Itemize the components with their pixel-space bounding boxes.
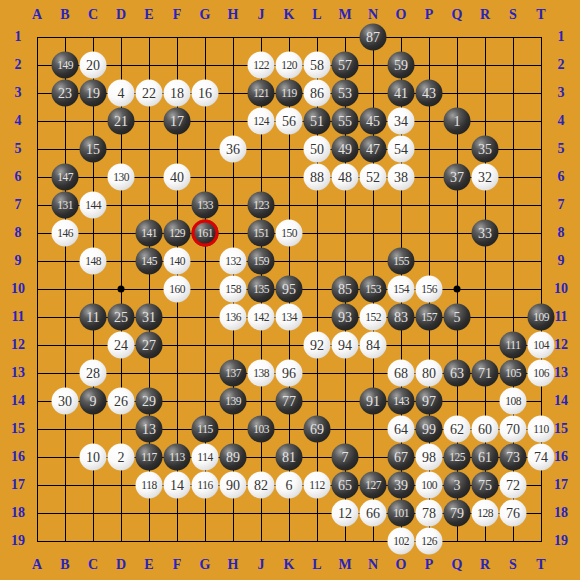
stone-move-number: 83 (394, 310, 408, 324)
stone-move-number: 50 (310, 142, 324, 156)
column-label-bottom-K: K (284, 558, 295, 572)
stone-move-number: 28 (86, 366, 100, 380)
stone-move-number: 5 (454, 310, 461, 324)
stone-Q6-move-37: 37 (444, 164, 471, 191)
column-label-bottom-H: H (228, 558, 239, 572)
row-label-right-8: 8 (558, 226, 565, 240)
stone-J4-move-124: 124 (248, 108, 275, 135)
column-label-top-G: G (200, 8, 211, 22)
stone-move-number: 148 (85, 255, 101, 267)
stone-move-number: 70 (506, 422, 520, 436)
stone-B7-move-131: 131 (52, 192, 79, 219)
stone-move-number: 3 (454, 478, 461, 492)
stone-Q16-move-125: 125 (444, 444, 471, 471)
row-label-right-17: 17 (554, 478, 568, 492)
stone-move-number: 140 (169, 255, 185, 267)
stone-move-number: 61 (478, 450, 492, 464)
stone-E14-move-29: 29 (136, 388, 163, 415)
stone-move-number: 45 (366, 114, 380, 128)
stone-M2-move-57: 57 (332, 52, 359, 79)
stone-move-number: 53 (338, 86, 352, 100)
stone-move-number: 27 (142, 338, 156, 352)
stone-E16-move-117: 117 (136, 444, 163, 471)
stone-K14-move-77: 77 (276, 388, 303, 415)
stone-move-number: 69 (310, 422, 324, 436)
stone-F17-move-14: 14 (164, 472, 191, 499)
stone-Q15-move-62: 62 (444, 416, 471, 443)
stone-J17-move-82: 82 (248, 472, 275, 499)
stone-H16-move-89: 89 (220, 444, 247, 471)
stone-move-number: 161 (197, 227, 213, 239)
column-label-bottom-B: B (60, 558, 69, 572)
stone-move-number: 13 (142, 422, 156, 436)
stone-move-number: 77 (282, 394, 296, 408)
stone-C13-move-28: 28 (80, 360, 107, 387)
stone-O19-move-102: 102 (388, 528, 415, 555)
stone-move-number: 123 (253, 199, 269, 211)
stone-L3-move-86: 86 (304, 80, 331, 107)
stone-move-number: 142 (253, 311, 269, 323)
stone-M3-move-53: 53 (332, 80, 359, 107)
stone-move-number: 6 (286, 478, 293, 492)
stone-D4-move-21: 21 (108, 108, 135, 135)
stone-move-number: 54 (394, 142, 408, 156)
column-label-top-T: T (536, 8, 545, 22)
stone-K4-move-56: 56 (276, 108, 303, 135)
stone-move-number: 56 (282, 114, 296, 128)
stone-move-number: 154 (393, 283, 409, 295)
row-label-right-19: 19 (554, 534, 568, 548)
stone-G17-move-116: 116 (192, 472, 219, 499)
stone-T15-move-110: 110 (528, 416, 555, 443)
stone-O3-move-41: 41 (388, 80, 415, 107)
row-label-right-10: 10 (554, 282, 568, 296)
stone-C11-move-11: 11 (80, 304, 107, 331)
stone-P16-move-98: 98 (416, 444, 443, 471)
stone-H5-move-36: 36 (220, 136, 247, 163)
column-label-bottom-Q: Q (452, 558, 463, 572)
stone-move-number: 40 (170, 170, 184, 184)
stone-R15-move-60: 60 (472, 416, 499, 443)
stone-move-number: 19 (86, 86, 100, 100)
stone-move-number: 117 (141, 451, 156, 463)
stone-move-number: 55 (338, 114, 352, 128)
row-label-left-16: 16 (11, 450, 25, 464)
stone-C7-move-144: 144 (80, 192, 107, 219)
stone-M11-move-93: 93 (332, 304, 359, 331)
stone-move-number: 116 (197, 479, 212, 491)
column-label-bottom-L: L (312, 558, 321, 572)
stone-move-number: 119 (281, 87, 296, 99)
stone-move-number: 14 (170, 478, 184, 492)
stone-K13-move-96: 96 (276, 360, 303, 387)
stone-P11-move-157: 157 (416, 304, 443, 331)
row-label-left-5: 5 (15, 142, 22, 156)
stone-move-number: 112 (309, 479, 324, 491)
stone-M10-move-85: 85 (332, 276, 359, 303)
stone-H11-move-136: 136 (220, 304, 247, 331)
stone-move-number: 72 (506, 478, 520, 492)
column-label-top-O: O (396, 8, 407, 22)
stone-B14-move-30: 30 (52, 388, 79, 415)
stone-move-number: 121 (253, 87, 269, 99)
stone-M4-move-55: 55 (332, 108, 359, 135)
column-label-bottom-G: G (200, 558, 211, 572)
stone-move-number: 113 (169, 451, 184, 463)
stone-move-number: 59 (394, 58, 408, 72)
stone-move-number: 2 (118, 450, 125, 464)
stone-move-number: 23 (58, 86, 72, 100)
stone-Q13-move-63: 63 (444, 360, 471, 387)
column-label-top-D: D (116, 8, 126, 22)
stone-L17-move-112: 112 (304, 472, 331, 499)
stone-E8-move-141: 141 (136, 220, 163, 247)
stone-move-number: 34 (394, 114, 408, 128)
stone-move-number: 36 (226, 142, 240, 156)
column-label-bottom-D: D (116, 558, 126, 572)
stone-move-number: 127 (365, 479, 381, 491)
column-label-bottom-A: A (32, 558, 42, 572)
stone-move-number: 51 (310, 114, 324, 128)
stone-move-number: 156 (421, 283, 437, 295)
row-label-right-3: 3 (558, 86, 565, 100)
stone-M5-move-49: 49 (332, 136, 359, 163)
stone-move-number: 133 (197, 199, 213, 211)
stone-move-number: 93 (338, 310, 352, 324)
stone-M12-move-94: 94 (332, 332, 359, 359)
column-label-top-C: C (88, 8, 98, 22)
stone-move-number: 145 (141, 255, 157, 267)
stone-move-number: 73 (506, 450, 520, 464)
stone-move-number: 138 (253, 367, 269, 379)
stone-move-number: 128 (477, 507, 493, 519)
row-label-left-11: 11 (11, 310, 24, 324)
column-label-top-A: A (32, 8, 42, 22)
column-label-bottom-F: F (173, 558, 182, 572)
stone-move-number: 47 (366, 142, 380, 156)
stone-R18-move-128: 128 (472, 500, 499, 527)
stone-O18-move-101: 101 (388, 500, 415, 527)
stone-move-number: 96 (282, 366, 296, 380)
stone-H14-move-139: 139 (220, 388, 247, 415)
stone-Q4-move-1: 1 (444, 108, 471, 135)
stone-move-number: 108 (505, 395, 521, 407)
stone-F4-move-17: 17 (164, 108, 191, 135)
stone-J7-move-123: 123 (248, 192, 275, 219)
stone-G16-move-114: 114 (192, 444, 219, 471)
stone-move-number: 49 (338, 142, 352, 156)
stone-move-number: 147 (57, 171, 73, 183)
stone-move-number: 57 (338, 58, 352, 72)
stone-R6-move-32: 32 (472, 164, 499, 191)
stone-G15-move-115: 115 (192, 416, 219, 443)
stone-B2-move-149: 149 (52, 52, 79, 79)
stone-move-number: 21 (114, 114, 128, 128)
stone-move-number: 152 (365, 311, 381, 323)
stone-R17-move-75: 75 (472, 472, 499, 499)
stone-P13-move-80: 80 (416, 360, 443, 387)
row-label-left-6: 6 (15, 170, 22, 184)
stone-move-number: 151 (253, 227, 269, 239)
stone-J10-move-135: 135 (248, 276, 275, 303)
stone-move-number: 126 (421, 535, 437, 547)
stone-Q11-move-5: 5 (444, 304, 471, 331)
stone-move-number: 1 (454, 114, 461, 128)
stone-G3-move-16: 16 (192, 80, 219, 107)
go-board[interactable]: AABBCCDDEEFFGGHHJJKKLLMMNNOOPPQQRRSSTT11… (0, 0, 580, 580)
row-label-left-9: 9 (15, 254, 22, 268)
column-label-top-L: L (312, 8, 321, 22)
row-label-right-5: 5 (558, 142, 565, 156)
stone-move-number: 125 (449, 451, 465, 463)
stone-move-number: 100 (421, 479, 437, 491)
stone-move-number: 48 (338, 170, 352, 184)
stone-T13-move-106: 106 (528, 360, 555, 387)
stone-B8-move-146: 146 (52, 220, 79, 247)
stone-move-number: 115 (197, 423, 212, 435)
stone-move-number: 102 (393, 535, 409, 547)
stone-D11-move-25: 25 (108, 304, 135, 331)
stone-L5-move-50: 50 (304, 136, 331, 163)
stone-move-number: 87 (366, 30, 380, 44)
stone-move-number: 85 (338, 282, 352, 296)
stone-S12-move-111: 111 (500, 332, 527, 359)
stone-G7-move-133: 133 (192, 192, 219, 219)
stone-move-number: 114 (197, 451, 212, 463)
stone-L4-move-51: 51 (304, 108, 331, 135)
column-label-top-J: J (258, 8, 265, 22)
stone-F10-move-160: 160 (164, 276, 191, 303)
stone-P18-move-78: 78 (416, 500, 443, 527)
stone-O6-move-38: 38 (388, 164, 415, 191)
stone-move-number: 64 (394, 422, 408, 436)
stone-K8-move-150: 150 (276, 220, 303, 247)
stone-move-number: 109 (533, 311, 549, 323)
stone-O10-move-154: 154 (388, 276, 415, 303)
stone-J2-move-122: 122 (248, 52, 275, 79)
stone-move-number: 122 (253, 59, 269, 71)
stone-move-number: 29 (142, 394, 156, 408)
stone-D16-move-2: 2 (108, 444, 135, 471)
star-point-D10 (118, 286, 125, 293)
stone-P19-move-126: 126 (416, 528, 443, 555)
stone-move-number: 88 (310, 170, 324, 184)
stone-move-number: 99 (422, 422, 436, 436)
stone-move-number: 91 (366, 394, 380, 408)
column-label-top-Q: Q (452, 8, 463, 22)
stone-move-number: 82 (254, 478, 268, 492)
stone-move-number: 159 (253, 255, 269, 267)
stone-move-number: 105 (505, 367, 521, 379)
stone-P3-move-43: 43 (416, 80, 443, 107)
stone-move-number: 16 (198, 86, 212, 100)
stone-O14-move-143: 143 (388, 388, 415, 415)
stone-J15-move-103: 103 (248, 416, 275, 443)
column-label-bottom-O: O (396, 558, 407, 572)
row-label-right-1: 1 (558, 30, 565, 44)
stone-move-number: 95 (282, 282, 296, 296)
stone-E17-move-118: 118 (136, 472, 163, 499)
stone-move-number: 81 (282, 450, 296, 464)
star-point-Q10 (454, 286, 461, 293)
column-label-bottom-J: J (258, 558, 265, 572)
stone-N10-move-153: 153 (360, 276, 387, 303)
row-label-left-13: 13 (11, 366, 25, 380)
stone-move-number: 26 (114, 394, 128, 408)
stone-move-number: 71 (478, 366, 492, 380)
stone-N5-move-47: 47 (360, 136, 387, 163)
stone-O9-move-155: 155 (388, 248, 415, 275)
stone-move-number: 37 (450, 170, 464, 184)
stone-C16-move-10: 10 (80, 444, 107, 471)
stone-move-number: 75 (478, 478, 492, 492)
stone-move-number: 62 (450, 422, 464, 436)
stone-T12-move-104: 104 (528, 332, 555, 359)
row-label-left-1: 1 (15, 30, 22, 44)
stone-N4-move-45: 45 (360, 108, 387, 135)
stone-move-number: 15 (86, 142, 100, 156)
stone-S16-move-73: 73 (500, 444, 527, 471)
stone-move-number: 155 (393, 255, 409, 267)
stone-move-number: 67 (394, 450, 408, 464)
stone-K16-move-81: 81 (276, 444, 303, 471)
stone-move-number: 103 (253, 423, 269, 435)
row-label-left-4: 4 (15, 114, 22, 128)
stone-move-number: 52 (366, 170, 380, 184)
stone-J9-move-159: 159 (248, 248, 275, 275)
stone-move-number: 89 (226, 450, 240, 464)
stone-H13-move-137: 137 (220, 360, 247, 387)
stone-F9-move-140: 140 (164, 248, 191, 275)
stone-move-number: 63 (450, 366, 464, 380)
row-label-left-17: 17 (11, 478, 25, 492)
stone-J8-move-151: 151 (248, 220, 275, 247)
row-label-left-12: 12 (11, 338, 25, 352)
stone-move-number: 80 (422, 366, 436, 380)
stone-move-number: 22 (142, 86, 156, 100)
row-label-right-16: 16 (554, 450, 568, 464)
stone-C5-move-15: 15 (80, 136, 107, 163)
stone-C2-move-20: 20 (80, 52, 107, 79)
stone-move-number: 78 (422, 506, 436, 520)
stone-D6-move-130: 130 (108, 164, 135, 191)
stone-move-number: 139 (225, 395, 241, 407)
column-label-top-H: H (228, 8, 239, 22)
stone-C9-move-148: 148 (80, 248, 107, 275)
stone-M17-move-65: 65 (332, 472, 359, 499)
stone-S13-move-105: 105 (500, 360, 527, 387)
stone-move-number: 18 (170, 86, 184, 100)
stone-T11-move-109: 109 (528, 304, 555, 331)
stone-move-number: 150 (281, 227, 297, 239)
stone-move-number: 134 (281, 311, 297, 323)
stone-move-number: 25 (114, 310, 128, 324)
stone-move-number: 146 (57, 227, 73, 239)
stone-K11-move-134: 134 (276, 304, 303, 331)
row-label-left-2: 2 (15, 58, 22, 72)
row-label-left-19: 19 (11, 534, 25, 548)
stone-move-number: 33 (478, 226, 492, 240)
stone-S18-move-76: 76 (500, 500, 527, 527)
stone-N1-move-87: 87 (360, 24, 387, 51)
stone-move-number: 98 (422, 450, 436, 464)
stone-move-number: 11 (86, 310, 99, 324)
stone-move-number: 4 (118, 86, 125, 100)
stone-E9-move-145: 145 (136, 248, 163, 275)
stone-move-number: 149 (57, 59, 73, 71)
stone-move-number: 135 (253, 283, 269, 295)
stone-move-number: 24 (114, 338, 128, 352)
stone-move-number: 10 (86, 450, 100, 464)
stone-P14-move-97: 97 (416, 388, 443, 415)
column-label-top-B: B (60, 8, 69, 22)
stone-move-number: 160 (169, 283, 185, 295)
stone-move-number: 143 (393, 395, 409, 407)
stone-move-number: 158 (225, 283, 241, 295)
stone-E11-move-31: 31 (136, 304, 163, 331)
stone-move-number: 131 (57, 199, 73, 211)
row-label-left-8: 8 (15, 226, 22, 240)
stone-R16-move-61: 61 (472, 444, 499, 471)
stone-move-number: 31 (142, 310, 156, 324)
stone-O13-move-68: 68 (388, 360, 415, 387)
column-label-bottom-P: P (425, 558, 434, 572)
stone-move-number: 137 (225, 367, 241, 379)
stone-move-number: 60 (478, 422, 492, 436)
column-label-top-N: N (368, 8, 378, 22)
stone-H9-move-132: 132 (220, 248, 247, 275)
stone-move-number: 7 (342, 450, 349, 464)
column-label-top-S: S (509, 8, 517, 22)
row-label-right-14: 14 (554, 394, 568, 408)
row-label-right-7: 7 (558, 198, 565, 212)
stone-move-number: 104 (533, 339, 549, 351)
stone-M6-move-48: 48 (332, 164, 359, 191)
stone-D3-move-4: 4 (108, 80, 135, 107)
row-label-right-2: 2 (558, 58, 565, 72)
stone-J13-move-138: 138 (248, 360, 275, 387)
stone-move-number: 111 (506, 339, 521, 351)
stone-move-number: 84 (366, 338, 380, 352)
stone-G8-move-161: 161 (192, 220, 219, 247)
column-label-bottom-E: E (144, 558, 153, 572)
stone-move-number: 141 (141, 227, 157, 239)
stone-move-number: 17 (170, 114, 184, 128)
stone-P17-move-100: 100 (416, 472, 443, 499)
stone-K10-move-95: 95 (276, 276, 303, 303)
stone-move-number: 129 (169, 227, 185, 239)
stone-move-number: 41 (394, 86, 408, 100)
column-label-top-M: M (338, 8, 351, 22)
stone-move-number: 30 (58, 394, 72, 408)
stone-O16-move-67: 67 (388, 444, 415, 471)
column-label-top-R: R (480, 8, 490, 22)
stone-move-number: 106 (533, 367, 549, 379)
stone-move-number: 20 (86, 58, 100, 72)
row-label-right-15: 15 (554, 422, 568, 436)
row-label-left-15: 15 (11, 422, 25, 436)
stone-H10-move-158: 158 (220, 276, 247, 303)
stone-L12-move-92: 92 (304, 332, 331, 359)
stone-move-number: 12 (338, 506, 352, 520)
row-label-left-10: 10 (11, 282, 25, 296)
stone-O15-move-64: 64 (388, 416, 415, 443)
stone-move-number: 32 (478, 170, 492, 184)
stone-move-number: 66 (366, 506, 380, 520)
stone-Q18-move-79: 79 (444, 500, 471, 527)
stone-P10-move-156: 156 (416, 276, 443, 303)
stone-N14-move-91: 91 (360, 388, 387, 415)
